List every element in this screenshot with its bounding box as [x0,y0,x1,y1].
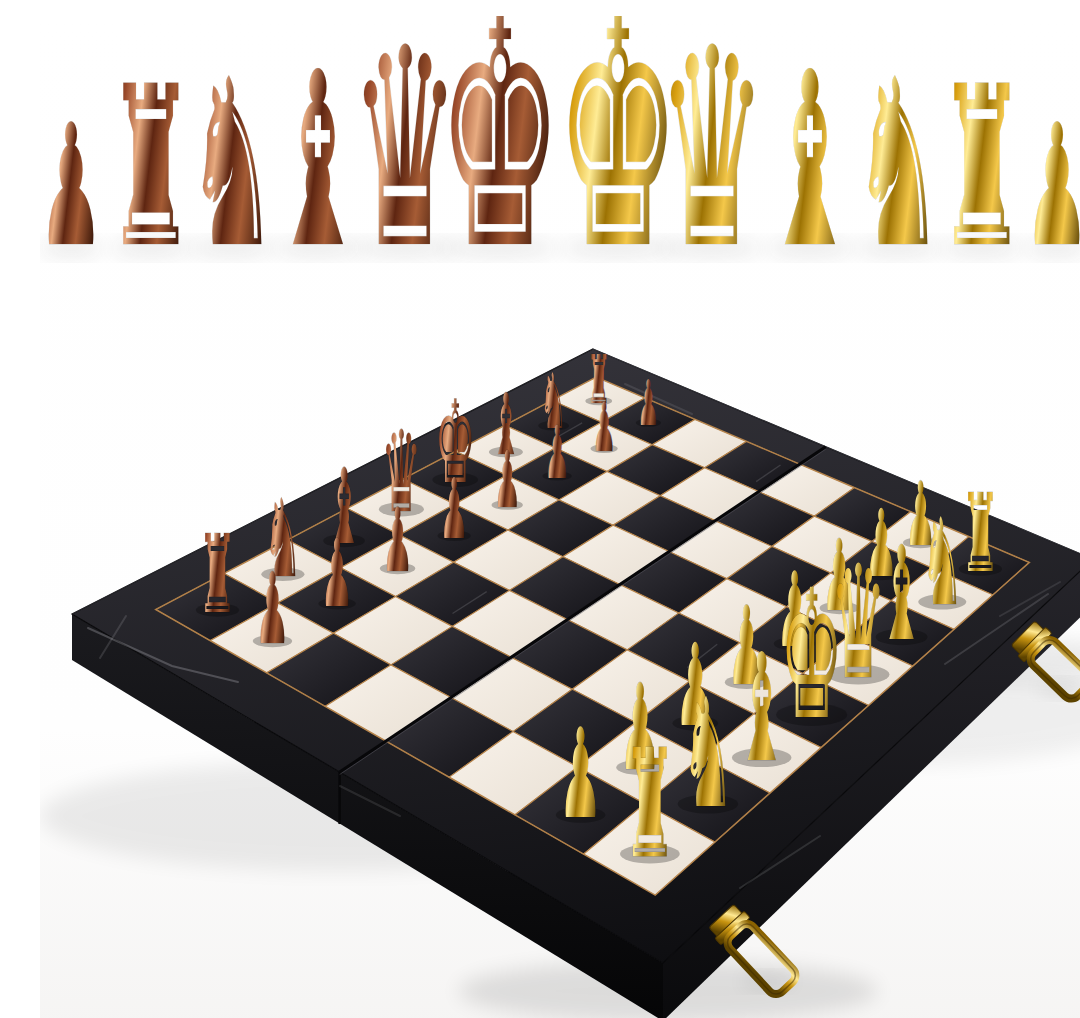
lineup-piece-bronze-knight: ♞ [186,29,278,298]
chess-set-product-photo: ♜♟♞♟♝♟♚♟♛♟♝♟♟♜♞♟♞♟♟♜♝♟♟♛♟♚♟♝♟♞♟♜♟♜♞♝♛♚♚♛… [40,16,1080,1018]
piece-bronze-pawn-b7: ♟ [592,388,616,467]
lineup-piece-gold-queen: ♛ [658,16,767,309]
piece-gold-rook-h1: ♜ [623,717,677,892]
piece-gold-king-e1: ♚ [780,551,844,758]
piece-gold-pawn-h2: ♟ [558,701,603,845]
piece-bronze-rook-h8: ♜ [198,511,237,637]
piece-bronze-pawn-h7: ♟ [255,551,290,667]
chess-scene: ♜♟♞♟♝♟♚♟♛♟♝♟♟♜♞♟♞♟♟♜♝♟♟♛♟♚♟♝♟♞♟♜♟♜♞♝♛♚♚♛… [40,16,1080,1018]
lineup-piece-gold-rook: ♜ [938,38,1026,295]
piece-bronze-pawn-e7: ♟ [439,460,469,557]
piece-gold-knight-b1: ♞ [921,492,964,632]
lineup-piece-bronze-pawn: ♟ [40,88,104,285]
lineup-piece-gold-bishop: ♝ [762,20,858,301]
lineup-piece-bronze-rook: ♜ [107,38,195,295]
piece-bronze-pawn-g7: ♟ [320,519,354,628]
lineup-piece-gold-pawn: ♟ [1024,88,1080,285]
lineup-piece-bronze-king: ♚ [438,16,563,318]
piece-bronze-pawn-d7: ♟ [493,435,521,526]
piece-gold-knight-g1: ♞ [681,666,735,842]
piece-bronze-pawn-a7: ♟ [637,366,660,440]
piece-gold-bishop-f1: ♝ [735,622,788,795]
piece-bronze-pawn-c7: ♟ [544,410,570,495]
piece-bronze-pawn-f7: ♟ [382,488,414,592]
lineup-piece-gold-knight: ♞ [852,29,944,298]
piece-gold-rook-a1: ♜ [961,470,1000,596]
